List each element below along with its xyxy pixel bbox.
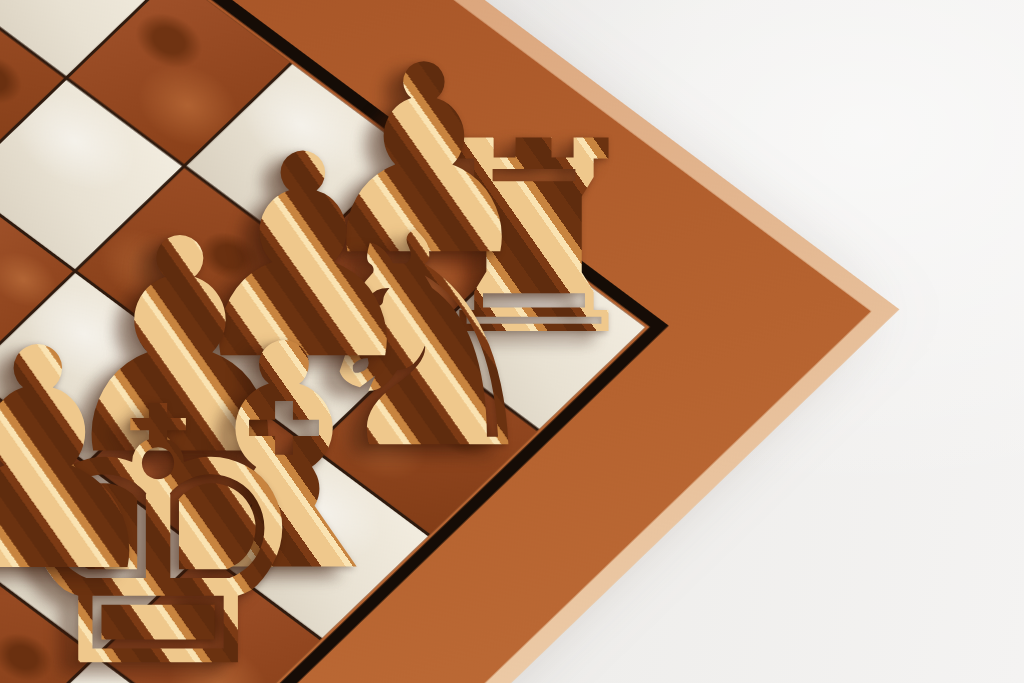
piece-pawn-f5[interactable]: ♟	[0, 547, 84, 683]
photo-scene: ♜♟♞♟♟♝♚♟♟	[0, 0, 1024, 683]
